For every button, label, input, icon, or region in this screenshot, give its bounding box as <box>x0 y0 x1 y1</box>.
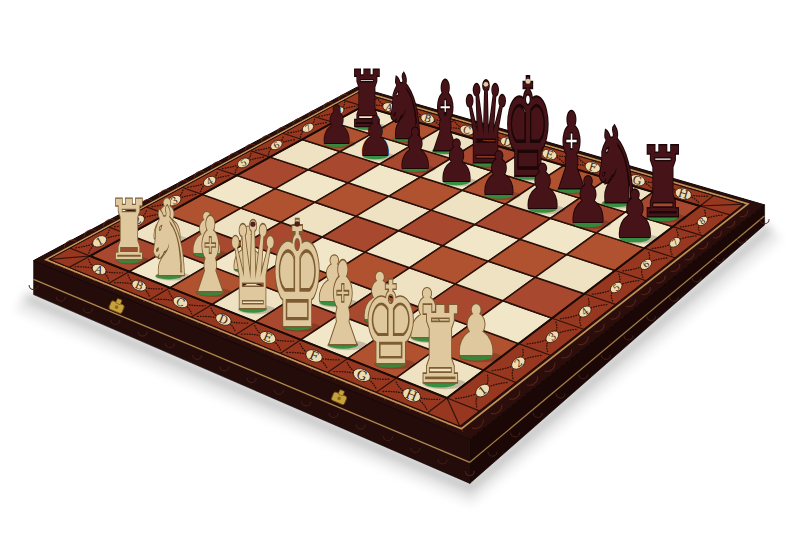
piece-glyph: ♟ <box>356 105 394 167</box>
piece-glyph: ♟ <box>318 95 354 155</box>
piece-glyph: ♟ <box>436 127 476 194</box>
chess-set-photo: AABBCCDDEEFFGGHH1122334455667788♜♞♟♝♟♛♟♚… <box>0 0 800 533</box>
piece-black-pawn-c7[interactable]: ♟ <box>396 116 436 181</box>
piece-white-rook-a1[interactable]: ♜ <box>108 183 150 279</box>
finial-accent <box>484 82 489 87</box>
piece-black-pawn-b7[interactable]: ♟ <box>356 105 395 167</box>
photo-canvas: AABBCCDDEEFFGGHH1122334455667788♜♞♟♝♟♛♟♚… <box>0 0 800 533</box>
finial-accent <box>526 79 531 84</box>
piece-black-pawn-a7[interactable]: ♟ <box>318 95 355 155</box>
piece-black-pawn-d7[interactable]: ♟ <box>436 127 477 194</box>
piece-glyph: ♟ <box>566 164 610 236</box>
piece-white-rook-h1[interactable]: ♜ <box>413 283 466 406</box>
piece-white-bishop-f1[interactable]: ♝ <box>317 237 368 370</box>
finial-accent <box>250 222 255 227</box>
piece-black-pawn-e7[interactable]: ♟ <box>478 140 520 208</box>
piece-glyph: ♚ <box>362 256 419 390</box>
piece-black-pawn-g7[interactable]: ♟ <box>566 164 611 236</box>
piece-glyph: ♜ <box>413 283 466 406</box>
piece-glyph: ♟ <box>612 177 658 253</box>
finial-accent <box>295 221 300 226</box>
piece-white-knight-g1[interactable]: ♚ <box>362 256 419 390</box>
piece-black-pawn-h7[interactable]: ♟ <box>612 177 659 253</box>
piece-glyph: ♝ <box>317 237 368 370</box>
piece-glyph: ♟ <box>396 116 435 181</box>
piece-glyph: ♟ <box>478 140 519 208</box>
piece-glyph: ♜ <box>108 183 150 279</box>
piece-black-pawn-f7[interactable]: ♟ <box>521 151 565 222</box>
piece-white-knight-b1[interactable]: ♞ <box>145 186 193 297</box>
piece-glyph: ♞ <box>145 186 193 297</box>
piece-glyph: ♟ <box>521 151 564 222</box>
